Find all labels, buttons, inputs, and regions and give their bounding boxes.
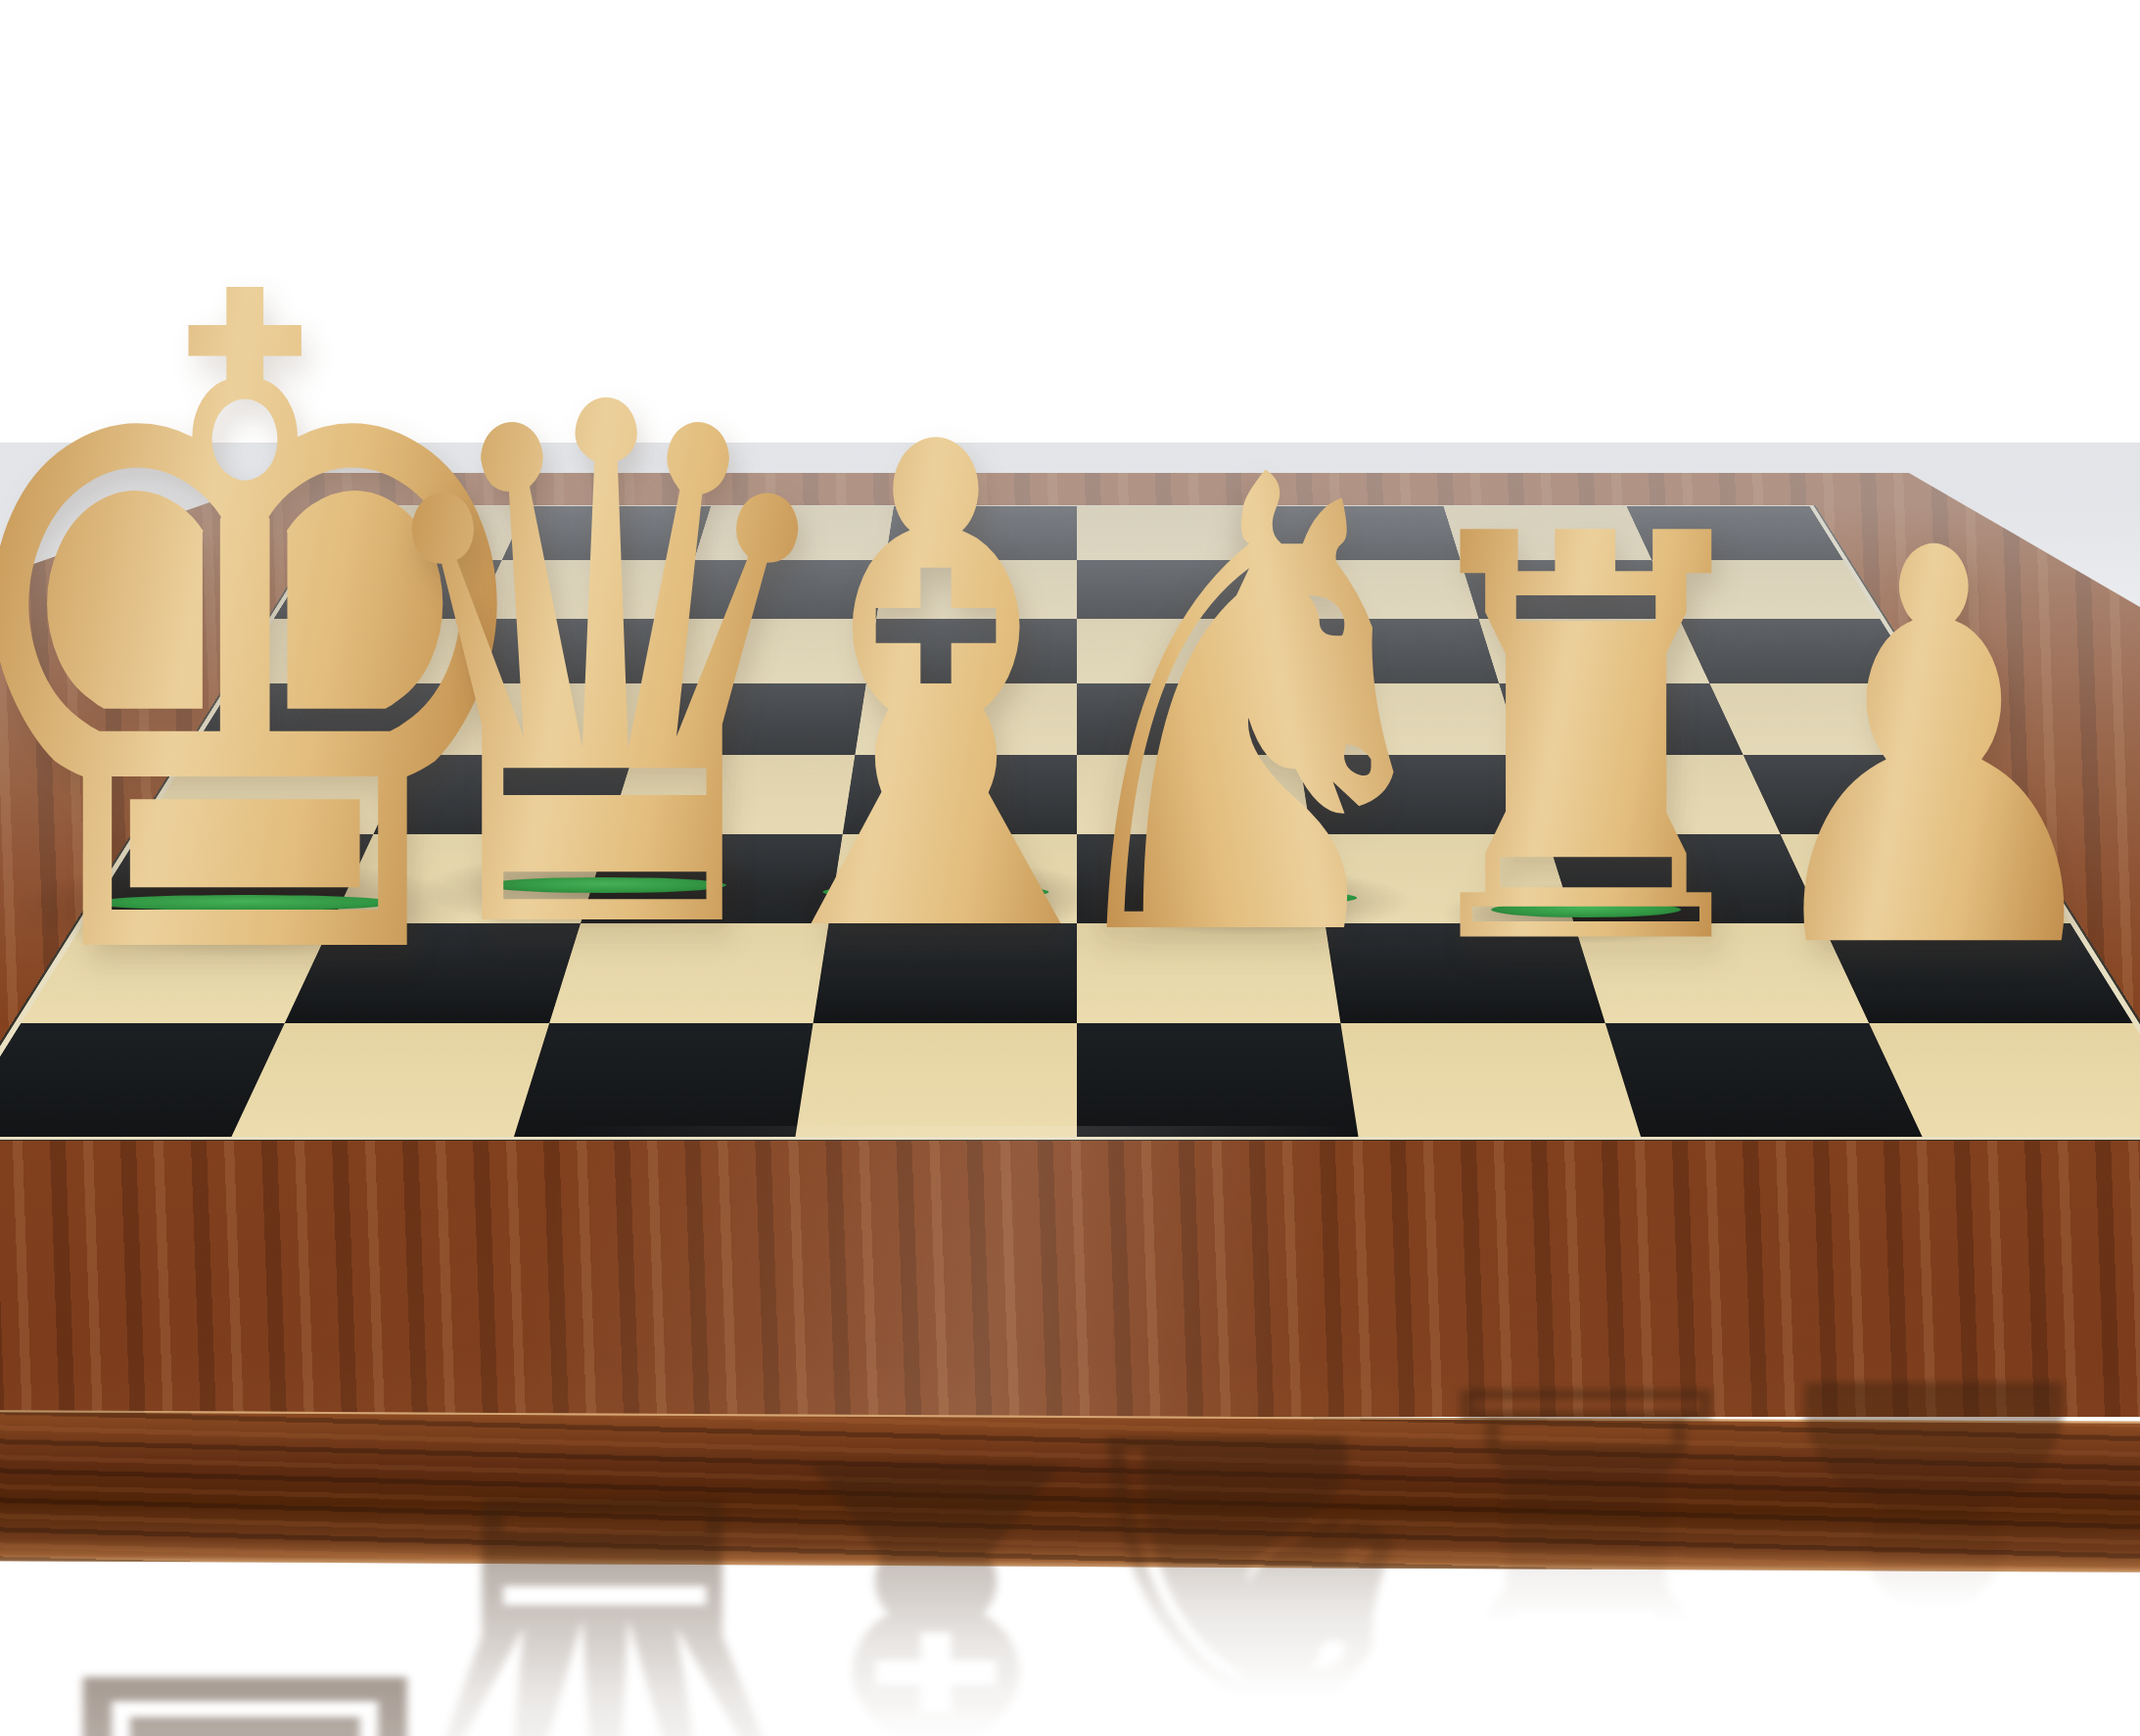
piece-reflection: ♟ (1716, 1323, 2140, 1704)
pieces-layer: ♚♚♛♛♝♝♞♞♜♜♟♟ (0, 0, 2140, 1736)
pawn-glyph: ♟ (1716, 481, 2140, 1024)
piece-white-pawn: ♟♟ (1662, 481, 2140, 1024)
chess-photo: ♚♚♛♛♝♝♞♞♜♜♟♟ (0, 0, 2140, 1736)
